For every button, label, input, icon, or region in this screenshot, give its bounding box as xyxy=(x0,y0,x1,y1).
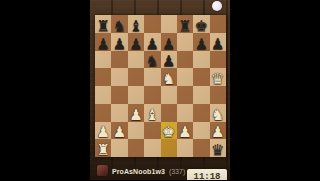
overlay-circle-icon[interactable] xyxy=(212,1,222,11)
piece-white-pawn-a2[interactable]: ♟ xyxy=(96,124,109,140)
video-frame: ♜♞♝♜♚♟♟♟♟♟♟♟♞♟♞♛♟♝♞♟♟♚♟♟♜♛ ProAsNoob1w3 … xyxy=(0,0,320,180)
square-e4[interactable] xyxy=(161,86,177,104)
player-rating: (337) xyxy=(169,168,185,175)
player-clock: 11:18 xyxy=(187,169,227,180)
square-g8[interactable]: ♚ xyxy=(193,15,209,33)
square-e6[interactable]: ♟ xyxy=(161,51,177,69)
square-e7[interactable]: ♟ xyxy=(161,33,177,51)
square-b4[interactable] xyxy=(111,86,127,104)
piece-black-king-g8[interactable]: ♚ xyxy=(195,18,208,34)
square-b1[interactable] xyxy=(111,139,127,157)
square-g6[interactable] xyxy=(193,51,209,69)
square-d3[interactable]: ♝ xyxy=(144,104,160,122)
square-a1[interactable]: ♜ xyxy=(95,139,111,157)
square-g2[interactable] xyxy=(193,122,209,140)
square-a5[interactable] xyxy=(95,68,111,86)
piece-black-pawn-e6[interactable]: ♟ xyxy=(162,53,175,69)
square-h2[interactable]: ♟ xyxy=(210,122,226,140)
square-f2[interactable]: ♟ xyxy=(177,122,193,140)
square-c5[interactable] xyxy=(128,68,144,86)
player-info: ProAsNoob1w3 (337) xyxy=(112,167,197,176)
square-e5[interactable]: ♞ xyxy=(161,68,177,86)
square-c2[interactable] xyxy=(128,122,144,140)
piece-black-rook-a8[interactable]: ♜ xyxy=(96,18,109,34)
piece-white-pawn-b2[interactable]: ♟ xyxy=(113,124,126,140)
square-f3[interactable] xyxy=(177,104,193,122)
square-b8[interactable]: ♞ xyxy=(111,15,127,33)
square-d6[interactable]: ♞ xyxy=(144,51,160,69)
square-b7[interactable]: ♟ xyxy=(111,33,127,51)
square-c3[interactable]: ♟ xyxy=(128,104,144,122)
square-d2[interactable] xyxy=(144,122,160,140)
piece-black-queen-h1[interactable]: ♛ xyxy=(211,142,224,158)
square-h3[interactable]: ♞ xyxy=(210,104,226,122)
square-c6[interactable] xyxy=(128,51,144,69)
player-avatar[interactable] xyxy=(97,165,108,176)
piece-black-pawn-c7[interactable]: ♟ xyxy=(129,36,142,52)
piece-white-rook-a1[interactable]: ♜ xyxy=(96,142,109,158)
square-e1[interactable] xyxy=(161,139,177,157)
piece-black-pawn-h7[interactable]: ♟ xyxy=(211,36,224,52)
piece-white-pawn-h2[interactable]: ♟ xyxy=(211,124,224,140)
square-f6[interactable] xyxy=(177,51,193,69)
square-g3[interactable] xyxy=(193,104,209,122)
square-e2[interactable]: ♚ xyxy=(161,122,177,140)
piece-black-bishop-c8[interactable]: ♝ xyxy=(129,18,142,34)
square-f1[interactable] xyxy=(177,139,193,157)
piece-white-pawn-c3[interactable]: ♟ xyxy=(129,107,142,123)
square-c4[interactable] xyxy=(128,86,144,104)
square-h4[interactable] xyxy=(210,86,226,104)
square-d7[interactable]: ♟ xyxy=(144,33,160,51)
square-e3[interactable] xyxy=(161,104,177,122)
piece-white-knight-e5[interactable]: ♞ xyxy=(162,71,175,87)
player-name: ProAsNoob1w3 xyxy=(112,168,165,175)
piece-black-knight-b8[interactable]: ♞ xyxy=(113,18,126,34)
square-a2[interactable]: ♟ xyxy=(95,122,111,140)
piece-black-pawn-d7[interactable]: ♟ xyxy=(146,36,159,52)
piece-black-pawn-g7[interactable]: ♟ xyxy=(195,36,208,52)
square-h8[interactable] xyxy=(210,15,226,33)
square-b6[interactable] xyxy=(111,51,127,69)
square-a6[interactable] xyxy=(95,51,111,69)
square-g1[interactable] xyxy=(193,139,209,157)
square-a7[interactable]: ♟ xyxy=(95,33,111,51)
piece-white-bishop-d3[interactable]: ♝ xyxy=(146,107,159,123)
piece-black-pawn-b7[interactable]: ♟ xyxy=(113,36,126,52)
square-a3[interactable] xyxy=(95,104,111,122)
piece-black-pawn-e7[interactable]: ♟ xyxy=(162,36,175,52)
square-d5[interactable] xyxy=(144,68,160,86)
piece-white-knight-h3[interactable]: ♞ xyxy=(211,107,224,123)
phone-screen: ♜♞♝♜♚♟♟♟♟♟♟♟♞♟♞♛♟♝♞♟♟♚♟♟♜♛ ProAsNoob1w3 … xyxy=(90,0,230,180)
square-g7[interactable]: ♟ xyxy=(193,33,209,51)
square-f5[interactable] xyxy=(177,68,193,86)
player-bar: ProAsNoob1w3 (337) 11:18 xyxy=(90,157,230,180)
clock-time: 11:18 xyxy=(193,172,220,181)
square-f8[interactable]: ♜ xyxy=(177,15,193,33)
square-f4[interactable] xyxy=(177,86,193,104)
piece-black-rook-f8[interactable]: ♜ xyxy=(178,18,191,34)
square-d1[interactable] xyxy=(144,139,160,157)
piece-white-queen-h5[interactable]: ♛ xyxy=(211,71,224,87)
square-h1[interactable]: ♛ xyxy=(210,139,226,157)
chess-board: ♜♞♝♜♚♟♟♟♟♟♟♟♞♟♞♛♟♝♞♟♟♚♟♟♜♛ xyxy=(95,15,226,157)
square-c7[interactable]: ♟ xyxy=(128,33,144,51)
piece-white-king-e2[interactable]: ♚ xyxy=(162,124,175,140)
square-c1[interactable] xyxy=(128,139,144,157)
square-g4[interactable] xyxy=(193,86,209,104)
square-d4[interactable] xyxy=(144,86,160,104)
square-c8[interactable]: ♝ xyxy=(128,15,144,33)
piece-white-pawn-f2[interactable]: ♟ xyxy=(178,124,191,140)
square-b3[interactable] xyxy=(111,104,127,122)
piece-black-knight-d6[interactable]: ♞ xyxy=(146,53,159,69)
square-h5[interactable]: ♛ xyxy=(210,68,226,86)
square-f7[interactable] xyxy=(177,33,193,51)
piece-black-pawn-a7[interactable]: ♟ xyxy=(96,36,109,52)
square-h6[interactable] xyxy=(210,51,226,69)
square-a4[interactable] xyxy=(95,86,111,104)
square-e8[interactable] xyxy=(161,15,177,33)
square-b5[interactable] xyxy=(111,68,127,86)
square-a8[interactable]: ♜ xyxy=(95,15,111,33)
square-g5[interactable] xyxy=(193,68,209,86)
square-h7[interactable]: ♟ xyxy=(210,33,226,51)
square-d8[interactable] xyxy=(144,15,160,33)
square-b2[interactable]: ♟ xyxy=(111,122,127,140)
